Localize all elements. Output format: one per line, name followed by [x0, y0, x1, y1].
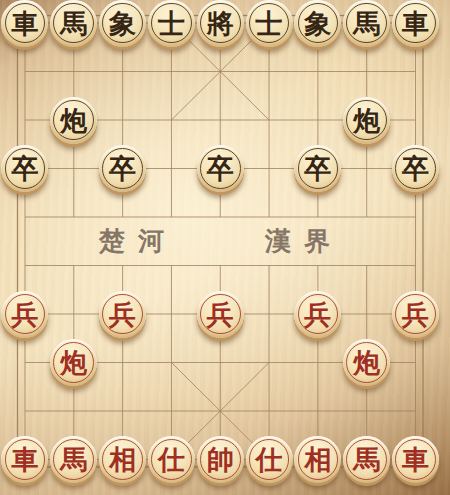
- piece-red-elephant[interactable]: 相: [294, 436, 341, 483]
- piece-red-chariot[interactable]: 車: [392, 436, 439, 483]
- point-6-8[interactable]: [293, 387, 342, 436]
- point-8-3[interactable]: 卒: [391, 144, 440, 193]
- point-4-8[interactable]: [196, 387, 245, 436]
- point-6-1[interactable]: [293, 47, 342, 96]
- point-3-0[interactable]: 士: [147, 0, 196, 47]
- piece-red-horse[interactable]: 馬: [50, 436, 97, 483]
- point-5-2[interactable]: [245, 96, 294, 145]
- piece-glyph: 士: [158, 10, 185, 37]
- point-1-7[interactable]: 炮: [49, 338, 98, 387]
- point-4-7[interactable]: [196, 338, 245, 387]
- point-5-1[interactable]: [245, 47, 294, 96]
- piece-red-advisor[interactable]: 仕: [148, 436, 195, 483]
- point-3-7[interactable]: [147, 338, 196, 387]
- xiangqi-board: 楚河 漢界 車馬象士將士象馬車炮炮卒卒卒卒卒兵兵兵兵兵炮炮車馬相仕帥仕相馬車: [0, 0, 450, 495]
- point-0-4[interactable]: [1, 193, 50, 242]
- piece-glyph: 馬: [353, 446, 380, 473]
- point-6-0[interactable]: 象: [293, 0, 342, 47]
- piece-black-soldier[interactable]: 卒: [197, 145, 244, 192]
- piece-glyph: 卒: [304, 155, 331, 182]
- point-0-8[interactable]: [1, 387, 50, 436]
- point-8-9[interactable]: 車: [391, 435, 440, 484]
- point-4-3[interactable]: 卒: [196, 144, 245, 193]
- piece-red-soldier[interactable]: 兵: [99, 291, 146, 338]
- piece-red-soldier[interactable]: 兵: [197, 291, 244, 338]
- point-2-3[interactable]: 卒: [98, 144, 147, 193]
- point-6-6[interactable]: 兵: [293, 290, 342, 339]
- piece-red-soldier[interactable]: 兵: [1, 291, 48, 338]
- point-5-5[interactable]: [245, 241, 294, 290]
- piece-black-cannon[interactable]: 炮: [50, 97, 97, 144]
- piece-red-soldier[interactable]: 兵: [392, 291, 439, 338]
- piece-glyph: 仕: [256, 446, 283, 473]
- piece-red-chariot[interactable]: 車: [1, 436, 48, 483]
- point-4-6[interactable]: 兵: [196, 290, 245, 339]
- point-3-1[interactable]: [147, 47, 196, 96]
- point-2-2[interactable]: [98, 96, 147, 145]
- piece-red-cannon[interactable]: 炮: [343, 339, 390, 386]
- point-4-9[interactable]: 帥: [196, 435, 245, 484]
- piece-black-soldier[interactable]: 卒: [99, 145, 146, 192]
- point-0-3[interactable]: 卒: [1, 144, 50, 193]
- point-8-6[interactable]: 兵: [391, 290, 440, 339]
- piece-black-soldier[interactable]: 卒: [294, 145, 341, 192]
- point-3-8[interactable]: [147, 387, 196, 436]
- pieces-grid: 車馬象士將士象馬車炮炮卒卒卒卒卒兵兵兵兵兵炮炮車馬相仕帥仕相馬車: [1, 0, 440, 484]
- piece-black-horse[interactable]: 馬: [343, 0, 390, 47]
- point-7-0[interactable]: 馬: [342, 0, 391, 47]
- point-2-1[interactable]: [98, 47, 147, 96]
- piece-glyph: 炮: [353, 107, 380, 134]
- piece-red-general[interactable]: 帥: [197, 436, 244, 483]
- piece-glyph: 兵: [402, 301, 429, 328]
- piece-glyph: 炮: [60, 107, 87, 134]
- point-7-8[interactable]: [342, 387, 391, 436]
- piece-glyph: 車: [402, 10, 429, 37]
- piece-glyph: 車: [11, 446, 38, 473]
- point-7-7[interactable]: 炮: [342, 338, 391, 387]
- point-0-9[interactable]: 車: [1, 435, 50, 484]
- point-0-1[interactable]: [1, 47, 50, 96]
- piece-glyph: 兵: [11, 301, 38, 328]
- point-1-5[interactable]: [49, 241, 98, 290]
- point-5-8[interactable]: [245, 387, 294, 436]
- point-2-5[interactable]: [98, 241, 147, 290]
- point-0-6[interactable]: 兵: [1, 290, 50, 339]
- point-7-9[interactable]: 馬: [342, 435, 391, 484]
- point-8-4[interactable]: [391, 193, 440, 242]
- point-1-2[interactable]: 炮: [49, 96, 98, 145]
- point-4-2[interactable]: [196, 96, 245, 145]
- piece-glyph: 車: [402, 446, 429, 473]
- point-3-4[interactable]: [147, 193, 196, 242]
- point-3-2[interactable]: [147, 96, 196, 145]
- piece-black-advisor[interactable]: 士: [148, 0, 195, 47]
- point-8-8[interactable]: [391, 387, 440, 436]
- point-8-1[interactable]: [391, 47, 440, 96]
- piece-glyph: 兵: [304, 301, 331, 328]
- point-5-3[interactable]: [245, 144, 294, 193]
- piece-black-elephant[interactable]: 象: [99, 0, 146, 47]
- point-2-4[interactable]: [98, 193, 147, 242]
- piece-black-advisor[interactable]: 士: [246, 0, 293, 47]
- piece-red-cannon[interactable]: 炮: [50, 339, 97, 386]
- point-8-2[interactable]: [391, 96, 440, 145]
- point-2-0[interactable]: 象: [98, 0, 147, 47]
- piece-black-chariot[interactable]: 車: [392, 0, 439, 47]
- point-7-3[interactable]: [342, 144, 391, 193]
- point-1-6[interactable]: [49, 290, 98, 339]
- piece-glyph: 相: [109, 446, 136, 473]
- point-6-2[interactable]: [293, 96, 342, 145]
- piece-glyph: 象: [109, 10, 136, 37]
- point-1-1[interactable]: [49, 47, 98, 96]
- piece-black-chariot[interactable]: 車: [1, 0, 48, 47]
- piece-red-horse[interactable]: 馬: [343, 436, 390, 483]
- piece-glyph: 將: [207, 10, 234, 37]
- point-6-3[interactable]: 卒: [293, 144, 342, 193]
- piece-glyph: 卒: [109, 155, 136, 182]
- point-8-5[interactable]: [391, 241, 440, 290]
- point-5-9[interactable]: 仕: [245, 435, 294, 484]
- point-1-0[interactable]: 馬: [49, 0, 98, 47]
- piece-black-elephant[interactable]: 象: [294, 0, 341, 47]
- point-0-0[interactable]: 車: [1, 0, 50, 47]
- piece-black-horse[interactable]: 馬: [50, 0, 97, 47]
- point-2-9[interactable]: 相: [98, 435, 147, 484]
- point-2-8[interactable]: [98, 387, 147, 436]
- piece-black-soldier[interactable]: 卒: [1, 145, 48, 192]
- point-3-5[interactable]: [147, 241, 196, 290]
- point-3-6[interactable]: [147, 290, 196, 339]
- point-7-1[interactable]: [342, 47, 391, 96]
- piece-black-cannon[interactable]: 炮: [343, 97, 390, 144]
- point-6-4[interactable]: [293, 193, 342, 242]
- point-8-7[interactable]: [391, 338, 440, 387]
- piece-black-general[interactable]: 將: [197, 0, 244, 47]
- piece-red-advisor[interactable]: 仕: [246, 436, 293, 483]
- point-8-0[interactable]: 車: [391, 0, 440, 47]
- piece-glyph: 卒: [11, 155, 38, 182]
- piece-glyph: 馬: [60, 446, 87, 473]
- point-1-3[interactable]: [49, 144, 98, 193]
- piece-black-soldier[interactable]: 卒: [392, 145, 439, 192]
- point-4-4[interactable]: [196, 193, 245, 242]
- point-2-7[interactable]: [98, 338, 147, 387]
- piece-glyph: 帥: [207, 446, 234, 473]
- point-5-4[interactable]: [245, 193, 294, 242]
- point-0-5[interactable]: [1, 241, 50, 290]
- piece-glyph: 炮: [353, 349, 380, 376]
- point-5-6[interactable]: [245, 290, 294, 339]
- point-4-5[interactable]: [196, 241, 245, 290]
- point-5-0[interactable]: 士: [245, 0, 294, 47]
- piece-glyph: 馬: [60, 10, 87, 37]
- point-7-5[interactable]: [342, 241, 391, 290]
- point-0-2[interactable]: [1, 96, 50, 145]
- point-6-7[interactable]: [293, 338, 342, 387]
- piece-glyph: 卒: [402, 155, 429, 182]
- piece-glyph: 車: [11, 10, 38, 37]
- point-4-0[interactable]: 將: [196, 0, 245, 47]
- point-2-6[interactable]: 兵: [98, 290, 147, 339]
- point-4-1[interactable]: [196, 47, 245, 96]
- point-3-3[interactable]: [147, 144, 196, 193]
- point-1-4[interactable]: [49, 193, 98, 242]
- piece-glyph: 士: [256, 10, 283, 37]
- point-6-9[interactable]: 相: [293, 435, 342, 484]
- point-3-9[interactable]: 仕: [147, 435, 196, 484]
- piece-glyph: 兵: [207, 301, 234, 328]
- piece-glyph: 仕: [158, 446, 185, 473]
- point-7-2[interactable]: 炮: [342, 96, 391, 145]
- point-6-5[interactable]: [293, 241, 342, 290]
- point-7-4[interactable]: [342, 193, 391, 242]
- point-7-6[interactable]: [342, 290, 391, 339]
- piece-glyph: 象: [304, 10, 331, 37]
- piece-red-soldier[interactable]: 兵: [294, 291, 341, 338]
- piece-glyph: 相: [304, 446, 331, 473]
- piece-glyph: 兵: [109, 301, 136, 328]
- piece-glyph: 馬: [353, 10, 380, 37]
- point-1-8[interactable]: [49, 387, 98, 436]
- point-1-9[interactable]: 馬: [49, 435, 98, 484]
- piece-glyph: 卒: [207, 155, 234, 182]
- piece-glyph: 炮: [60, 349, 87, 376]
- point-0-7[interactable]: [1, 338, 50, 387]
- point-5-7[interactable]: [245, 338, 294, 387]
- piece-red-elephant[interactable]: 相: [99, 436, 146, 483]
